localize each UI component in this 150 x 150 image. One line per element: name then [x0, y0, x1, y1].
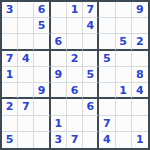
- cell-digit: 6: [71, 85, 79, 96]
- sudoku-cell-r6c9[interactable]: 4: [132, 83, 148, 99]
- sudoku-cell-r6c8[interactable]: 1: [116, 83, 132, 99]
- cell-digit: 7: [22, 101, 30, 112]
- cell-digit: 7: [71, 134, 79, 145]
- sudoku-cell-r8c9[interactable]: [132, 116, 148, 132]
- sudoku-cell-r8c2[interactable]: [18, 116, 34, 132]
- cell-digit: 3: [6, 4, 14, 15]
- sudoku-cell-r3c2[interactable]: [18, 34, 34, 50]
- cell-digit: 9: [38, 85, 46, 96]
- cell-digit: 5: [119, 36, 127, 47]
- sudoku-cell-r9c1[interactable]: 5: [2, 132, 18, 148]
- sudoku-cell-r8c4[interactable]: 1: [51, 116, 67, 132]
- sudoku-cell-r2c2[interactable]: [18, 18, 34, 34]
- sudoku-cell-r1c4[interactable]: [51, 2, 67, 18]
- sudoku-cell-r6c7[interactable]: [99, 83, 115, 99]
- sudoku-cell-r4c7[interactable]: 5: [99, 51, 115, 67]
- sudoku-cell-r4c9[interactable]: [132, 51, 148, 67]
- sudoku-cell-r5c1[interactable]: 1: [2, 67, 18, 83]
- sudoku-cell-r7c4[interactable]: [51, 99, 67, 115]
- sudoku-cell-r3c6[interactable]: [83, 34, 99, 50]
- sudoku-cell-r2c1[interactable]: [2, 18, 18, 34]
- sudoku-cell-r4c2[interactable]: 4: [18, 51, 34, 67]
- sudoku-cell-r7c8[interactable]: [116, 99, 132, 115]
- cell-digit: 1: [71, 4, 79, 15]
- sudoku-cell-r1c1[interactable]: 3: [2, 2, 18, 18]
- sudoku-cell-r7c9[interactable]: [132, 99, 148, 115]
- sudoku-cell-r3c1[interactable]: [2, 34, 18, 50]
- sudoku-cell-r7c2[interactable]: 7: [18, 99, 34, 115]
- cell-digit: 9: [54, 69, 62, 80]
- sudoku-cell-r9c8[interactable]: [116, 132, 132, 148]
- sudoku-cell-r5c9[interactable]: 8: [132, 67, 148, 83]
- cell-digit: 2: [136, 36, 144, 47]
- sudoku-cell-r9c4[interactable]: 3: [51, 132, 67, 148]
- cell-digit: 1: [6, 69, 14, 80]
- sudoku-cell-r5c4[interactable]: 9: [51, 67, 67, 83]
- cell-digit: 7: [86, 4, 94, 15]
- sudoku-cell-r9c3[interactable]: [34, 132, 50, 148]
- cell-digit: 4: [103, 134, 111, 145]
- cell-digit: 5: [103, 53, 111, 64]
- sudoku-cell-r1c3[interactable]: 6: [34, 2, 50, 18]
- sudoku-cell-r7c3[interactable]: [34, 99, 50, 115]
- sudoku-cell-r4c4[interactable]: [51, 51, 67, 67]
- sudoku-cell-r7c6[interactable]: 6: [83, 99, 99, 115]
- sudoku-board: 36179546527425195896142761753741: [0, 0, 150, 150]
- sudoku-cell-r3c8[interactable]: 5: [116, 34, 132, 50]
- sudoku-cell-r3c4[interactable]: 6: [51, 34, 67, 50]
- sudoku-cell-r8c6[interactable]: [83, 116, 99, 132]
- cell-digit: 7: [6, 53, 14, 64]
- sudoku-cell-r2c4[interactable]: [51, 18, 67, 34]
- sudoku-cell-r4c1[interactable]: 7: [2, 51, 18, 67]
- sudoku-cell-r4c6[interactable]: [83, 51, 99, 67]
- sudoku-cell-r2c8[interactable]: [116, 18, 132, 34]
- cell-digit: 4: [86, 20, 94, 31]
- sudoku-cell-r6c4[interactable]: [51, 83, 67, 99]
- sudoku-cell-r2c6[interactable]: 4: [83, 18, 99, 34]
- sudoku-cell-r3c7[interactable]: [99, 34, 115, 50]
- cell-digit: 1: [54, 118, 62, 129]
- cell-digit: 2: [71, 53, 79, 64]
- cell-digit: 3: [54, 134, 62, 145]
- sudoku-cell-r3c3[interactable]: [34, 34, 50, 50]
- sudoku-cell-r6c2[interactable]: [18, 83, 34, 99]
- cell-digit: 6: [38, 4, 46, 15]
- sudoku-cell-r3c9[interactable]: 2: [132, 34, 148, 50]
- sudoku-cell-r9c9[interactable]: 1: [132, 132, 148, 148]
- sudoku-cell-r5c3[interactable]: [34, 67, 50, 83]
- sudoku-cell-r4c3[interactable]: [34, 51, 50, 67]
- sudoku-cell-r5c5[interactable]: [67, 67, 83, 83]
- sudoku-cell-r1c6[interactable]: 7: [83, 2, 99, 18]
- sudoku-cell-r5c6[interactable]: 5: [83, 67, 99, 83]
- cell-digit: 5: [38, 20, 46, 31]
- cell-digit: 5: [6, 134, 14, 145]
- sudoku-cell-r1c8[interactable]: [116, 2, 132, 18]
- sudoku-cell-r2c9[interactable]: [132, 18, 148, 34]
- sudoku-cell-r2c3[interactable]: 5: [34, 18, 50, 34]
- sudoku-cell-r1c2[interactable]: [18, 2, 34, 18]
- sudoku-cell-r5c2[interactable]: [18, 67, 34, 83]
- sudoku-cell-r9c7[interactable]: 4: [99, 132, 115, 148]
- sudoku-cell-r6c1[interactable]: [2, 83, 18, 99]
- sudoku-cell-r9c2[interactable]: [18, 132, 34, 148]
- cell-digit: 1: [136, 134, 144, 145]
- sudoku-cell-r6c3[interactable]: 9: [34, 83, 50, 99]
- sudoku-cell-r7c1[interactable]: 2: [2, 99, 18, 115]
- sudoku-cell-r5c8[interactable]: [116, 67, 132, 83]
- cell-digit: 7: [103, 118, 111, 129]
- sudoku-cell-r4c8[interactable]: [116, 51, 132, 67]
- sudoku-cell-r7c7[interactable]: [99, 99, 115, 115]
- cell-digit: 6: [54, 36, 62, 47]
- sudoku-cell-r2c5[interactable]: [67, 18, 83, 34]
- sudoku-cell-r8c5[interactable]: [67, 116, 83, 132]
- sudoku-cell-r3c5[interactable]: [67, 34, 83, 50]
- sudoku-cell-r4c5[interactable]: 2: [67, 51, 83, 67]
- cell-digit: 8: [136, 69, 144, 80]
- sudoku-cell-r8c1[interactable]: [2, 116, 18, 132]
- sudoku-cell-r2c7[interactable]: [99, 18, 115, 34]
- cell-digit: 4: [136, 85, 144, 96]
- cell-digit: 6: [86, 101, 94, 112]
- sudoku-cell-r9c6[interactable]: [83, 132, 99, 148]
- cell-digit: 4: [22, 53, 30, 64]
- cell-digit: 1: [119, 85, 127, 96]
- sudoku-cell-r8c3[interactable]: [34, 116, 50, 132]
- sudoku-cell-r1c7[interactable]: [99, 2, 115, 18]
- sudoku-cell-r9c5[interactable]: 7: [67, 132, 83, 148]
- sudoku-cell-r1c9[interactable]: 9: [132, 2, 148, 18]
- sudoku-cell-r8c8[interactable]: [116, 116, 132, 132]
- cell-digit: 9: [136, 4, 144, 15]
- cell-digit: 2: [6, 101, 14, 112]
- cell-digit: 5: [86, 69, 94, 80]
- sudoku-cell-r1c5[interactable]: 1: [67, 2, 83, 18]
- sudoku-cell-r5c7[interactable]: [99, 67, 115, 83]
- sudoku-cell-r6c6[interactable]: [83, 83, 99, 99]
- sudoku-cell-r7c5[interactable]: [67, 99, 83, 115]
- sudoku-cell-r8c7[interactable]: 7: [99, 116, 115, 132]
- sudoku-cell-r6c5[interactable]: 6: [67, 83, 83, 99]
